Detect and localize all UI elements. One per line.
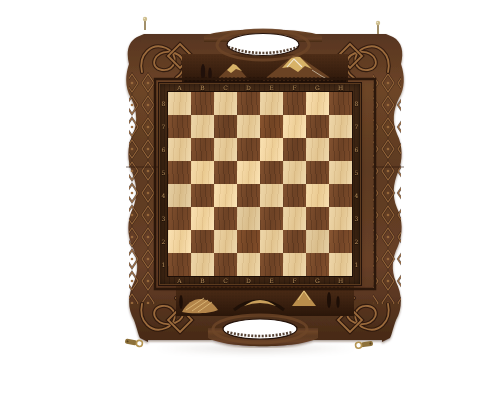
rank-label: 5	[352, 161, 361, 184]
file-label: F	[283, 83, 306, 92]
square-f4	[283, 184, 306, 207]
hinge-pin-right	[374, 20, 382, 35]
square-c5	[214, 161, 237, 184]
square-a6	[168, 138, 191, 161]
square-a3	[168, 207, 191, 230]
square-h3	[329, 207, 352, 230]
file-label: C	[214, 83, 237, 92]
rank-label: 5	[159, 161, 168, 184]
square-h2	[329, 230, 352, 253]
square-d1	[237, 253, 260, 276]
square-d6	[237, 138, 260, 161]
file-label: D	[237, 83, 260, 92]
file-label: B	[191, 83, 214, 92]
square-c4	[214, 184, 237, 207]
square-g3	[306, 207, 329, 230]
square-h6	[329, 138, 352, 161]
square-g7	[306, 115, 329, 138]
square-c7	[214, 115, 237, 138]
square-f7	[283, 115, 306, 138]
chessboard: ABCDEFGH ABCDEFGH 87654321 87654321	[159, 83, 361, 285]
square-b8	[191, 92, 214, 115]
rank-label: 7	[159, 115, 168, 138]
rank-label: 4	[159, 184, 168, 207]
hinge-pin-left	[141, 16, 149, 31]
square-c6	[214, 138, 237, 161]
square-c2	[214, 230, 237, 253]
latch-right	[353, 337, 375, 353]
rank-label: 3	[159, 207, 168, 230]
latch-left	[123, 334, 145, 350]
square-e7	[260, 115, 283, 138]
square-e5	[260, 161, 283, 184]
square-f5	[283, 161, 306, 184]
rank-label: 7	[352, 115, 361, 138]
rank-label: 6	[352, 138, 361, 161]
file-label: H	[329, 276, 352, 285]
square-c8	[214, 92, 237, 115]
square-g5	[306, 161, 329, 184]
square-h5	[329, 161, 352, 184]
square-g6	[306, 138, 329, 161]
square-h1	[329, 253, 352, 276]
rank-label: 8	[159, 92, 168, 115]
square-b2	[191, 230, 214, 253]
rank-label: 8	[352, 92, 361, 115]
square-d4	[237, 184, 260, 207]
square-d2	[237, 230, 260, 253]
square-c1	[214, 253, 237, 276]
handle-top	[217, 30, 309, 60]
square-b6	[191, 138, 214, 161]
square-a2	[168, 230, 191, 253]
file-labels-top: ABCDEFGH	[168, 83, 352, 92]
square-d8	[237, 92, 260, 115]
square-b5	[191, 161, 214, 184]
squares	[168, 92, 352, 276]
square-f6	[283, 138, 306, 161]
square-a8	[168, 92, 191, 115]
square-e1	[260, 253, 283, 276]
square-f8	[283, 92, 306, 115]
square-a5	[168, 161, 191, 184]
square-e6	[260, 138, 283, 161]
file-label: D	[237, 276, 260, 285]
square-e4	[260, 184, 283, 207]
file-label: B	[191, 276, 214, 285]
rank-label: 2	[352, 230, 361, 253]
square-b3	[191, 207, 214, 230]
rank-label: 6	[159, 138, 168, 161]
square-e3	[260, 207, 283, 230]
square-h7	[329, 115, 352, 138]
rank-labels-right: 87654321	[352, 92, 361, 276]
square-d7	[237, 115, 260, 138]
square-e8	[260, 92, 283, 115]
square-f2	[283, 230, 306, 253]
square-h8	[329, 92, 352, 115]
rank-labels-left: 87654321	[159, 92, 168, 276]
file-labels-bottom: ABCDEFGH	[168, 276, 352, 285]
rank-label: 3	[352, 207, 361, 230]
file-label: E	[260, 276, 283, 285]
square-a1	[168, 253, 191, 276]
square-d5	[237, 161, 260, 184]
square-d3	[237, 207, 260, 230]
square-g4	[306, 184, 329, 207]
file-label: C	[214, 276, 237, 285]
square-b1	[191, 253, 214, 276]
rank-label: 1	[159, 253, 168, 276]
rank-label: 1	[352, 253, 361, 276]
file-label: G	[306, 276, 329, 285]
square-g8	[306, 92, 329, 115]
square-e2	[260, 230, 283, 253]
square-a4	[168, 184, 191, 207]
file-label: A	[168, 276, 191, 285]
knotwork-left-band	[129, 72, 157, 304]
square-f1	[283, 253, 306, 276]
file-label: A	[168, 83, 191, 92]
square-h4	[329, 184, 352, 207]
square-a7	[168, 115, 191, 138]
rank-label: 2	[159, 230, 168, 253]
square-g1	[306, 253, 329, 276]
file-label: E	[260, 83, 283, 92]
square-f3	[283, 207, 306, 230]
handle-bottom	[213, 315, 307, 343]
rank-label: 4	[352, 184, 361, 207]
file-label: H	[329, 83, 352, 92]
knotwork-right-band	[373, 72, 401, 304]
square-b4	[191, 184, 214, 207]
square-g2	[306, 230, 329, 253]
square-c3	[214, 207, 237, 230]
file-label: F	[283, 276, 306, 285]
file-label: G	[306, 83, 329, 92]
square-b7	[191, 115, 214, 138]
